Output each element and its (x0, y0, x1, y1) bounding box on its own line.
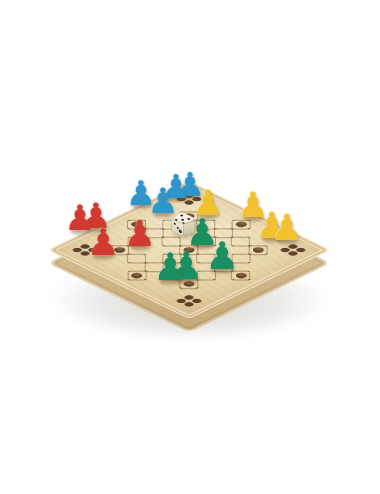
pawn-green-track-2[interactable]: ♟ (203, 237, 241, 275)
die-side-face (183, 220, 195, 235)
pawn-red-track-1[interactable]: ♟ (85, 224, 122, 261)
photo-scene: ♟♟♟♟♟♟♟♟♟♟♟♟♟♟♟♟ (0, 0, 380, 494)
pawn-yellow-home-2[interactable]: ♟ (269, 210, 305, 246)
die-pip (174, 222, 176, 225)
die-pip (186, 218, 190, 221)
die-pip (176, 226, 178, 229)
die-pip (179, 230, 181, 233)
pawn-green-home-1[interactable]: ♟ (151, 248, 189, 286)
die[interactable] (171, 210, 197, 236)
die-pip (180, 214, 184, 217)
die-pip (180, 218, 184, 221)
